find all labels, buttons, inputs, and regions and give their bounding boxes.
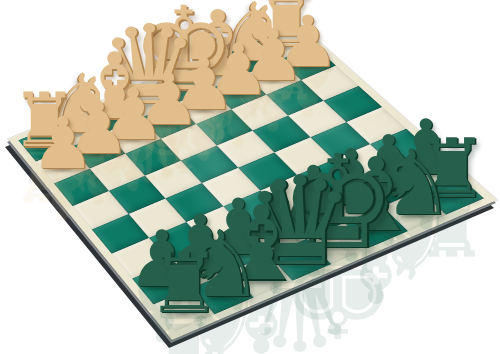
pieces-layer: ♜♜♞♞♝♝♛♛♚♚♝♝♞♞♜♜♟♟♟♟♟♟♟♟♟♟♟♟♟♟♟♟♟♟♟♟♟♟♟♟… [0,0,500,354]
piece-glyph: ♜ [146,242,221,325]
chess-board-assembly: ♜♜♞♞♝♝♛♛♚♚♝♝♞♞♜♜♟♟♟♟♟♟♟♟♟♟♟♟♟♟♟♟♟♟♟♟♟♟♟♟… [0,0,500,354]
piece-glyph: ♟ [30,108,94,180]
chess-set-photo-scene: ♜♜♞♞♝♝♛♛♚♚♝♝♞♞♜♜♟♟♟♟♟♟♟♟♟♟♟♟♟♟♟♟♟♟♟♟♟♟♟♟… [0,0,500,354]
